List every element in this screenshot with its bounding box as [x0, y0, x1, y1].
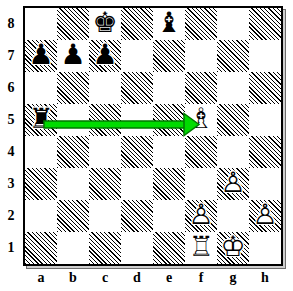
square-d8[interactable] [121, 8, 153, 40]
square-h8[interactable] [249, 8, 281, 40]
black-rook-glyph: ♜ [25, 104, 57, 136]
rank-label-2: 2 [0, 200, 22, 232]
chess-board: ♚♚♝♝♟♟♟♟♟♟♜♜♝♗♟♙♟♙♟♙♜♖♚♔ [25, 8, 281, 264]
square-d1[interactable] [121, 232, 153, 264]
white-rook[interactable]: ♜♖ [185, 232, 217, 264]
rank-label-4: 4 [0, 136, 22, 168]
rank-label-1: 1 [0, 232, 22, 264]
square-e4[interactable] [153, 136, 185, 168]
square-g6[interactable] [217, 72, 249, 104]
square-c6[interactable] [89, 72, 121, 104]
square-e6[interactable] [153, 72, 185, 104]
square-a6[interactable] [25, 72, 57, 104]
black-pawn-glyph: ♟ [57, 40, 89, 72]
square-h3[interactable] [249, 168, 281, 200]
black-king-glyph: ♚ [89, 8, 121, 40]
rank-label-8: 8 [0, 8, 22, 40]
square-b6[interactable] [57, 72, 89, 104]
square-b8[interactable] [57, 8, 89, 40]
square-e1[interactable] [153, 232, 185, 264]
square-f7[interactable] [185, 40, 217, 72]
file-labels: abcdefgh [25, 267, 281, 289]
square-a1[interactable] [25, 232, 57, 264]
square-c4[interactable] [89, 136, 121, 168]
black-bishop[interactable]: ♝♝ [153, 8, 185, 40]
square-b4[interactable] [57, 136, 89, 168]
square-f5[interactable]: ♝♗ [185, 104, 217, 136]
white-pawn[interactable]: ♟♙ [217, 168, 249, 200]
square-b5[interactable] [57, 104, 89, 136]
square-h1[interactable] [249, 232, 281, 264]
white-king[interactable]: ♚♔ [217, 232, 249, 264]
square-c8[interactable]: ♚♚ [89, 8, 121, 40]
square-h7[interactable] [249, 40, 281, 72]
square-f6[interactable] [185, 72, 217, 104]
square-a4[interactable] [25, 136, 57, 168]
square-e5[interactable] [153, 104, 185, 136]
square-h5[interactable] [249, 104, 281, 136]
file-label-g: g [217, 267, 249, 289]
rank-label-7: 7 [0, 40, 22, 72]
white-rook-glyph: ♖ [185, 232, 217, 264]
white-pawn-glyph: ♙ [185, 200, 217, 232]
square-a8[interactable] [25, 8, 57, 40]
black-pawn-glyph: ♟ [89, 40, 121, 72]
square-d2[interactable] [121, 200, 153, 232]
file-label-c: c [89, 267, 121, 289]
black-rook[interactable]: ♜♜ [25, 104, 57, 136]
square-d4[interactable] [121, 136, 153, 168]
square-a2[interactable] [25, 200, 57, 232]
square-h6[interactable] [249, 72, 281, 104]
square-b2[interactable] [57, 200, 89, 232]
square-g8[interactable] [217, 8, 249, 40]
square-h4[interactable] [249, 136, 281, 168]
square-g2[interactable] [217, 200, 249, 232]
board-frame: ♚♚♝♝♟♟♟♟♟♟♜♜♝♗♟♙♟♙♟♙♜♖♚♔ [23, 6, 283, 266]
rank-label-5: 5 [0, 104, 22, 136]
white-king-glyph: ♔ [217, 232, 249, 264]
black-pawn[interactable]: ♟♟ [57, 40, 89, 72]
square-d7[interactable] [121, 40, 153, 72]
square-c1[interactable] [89, 232, 121, 264]
square-a7[interactable]: ♟♟ [25, 40, 57, 72]
white-pawn-glyph: ♙ [249, 200, 281, 232]
file-label-f: f [185, 267, 217, 289]
square-f1[interactable]: ♜♖ [185, 232, 217, 264]
file-label-e: e [153, 267, 185, 289]
square-g3[interactable]: ♟♙ [217, 168, 249, 200]
square-h2[interactable]: ♟♙ [249, 200, 281, 232]
square-g7[interactable] [217, 40, 249, 72]
square-f3[interactable] [185, 168, 217, 200]
black-pawn-glyph: ♟ [25, 40, 57, 72]
white-pawn-glyph: ♙ [217, 168, 249, 200]
square-e8[interactable]: ♝♝ [153, 8, 185, 40]
square-e3[interactable] [153, 168, 185, 200]
square-d3[interactable] [121, 168, 153, 200]
square-f2[interactable]: ♟♙ [185, 200, 217, 232]
file-label-d: d [121, 267, 153, 289]
square-c5[interactable] [89, 104, 121, 136]
black-bishop-glyph: ♝ [153, 8, 185, 40]
square-e2[interactable] [153, 200, 185, 232]
white-bishop-glyph: ♗ [185, 104, 217, 136]
rank-label-3: 3 [0, 168, 22, 200]
square-b3[interactable] [57, 168, 89, 200]
square-a5[interactable]: ♜♜ [25, 104, 57, 136]
square-f4[interactable] [185, 136, 217, 168]
square-d5[interactable] [121, 104, 153, 136]
square-e7[interactable] [153, 40, 185, 72]
rank-labels: 87654321 [0, 8, 22, 264]
white-pawn[interactable]: ♟♙ [249, 200, 281, 232]
file-label-a: a [25, 267, 57, 289]
square-b7[interactable]: ♟♟ [57, 40, 89, 72]
square-a3[interactable] [25, 168, 57, 200]
file-label-b: b [57, 267, 89, 289]
black-pawn[interactable]: ♟♟ [89, 40, 121, 72]
square-b1[interactable] [57, 232, 89, 264]
white-pawn[interactable]: ♟♙ [185, 200, 217, 232]
chess-diagram: 87654321 ♚♚♝♝♟♟♟♟♟♟♜♜♝♗♟♙♟♙♟♙♜♖♚♔ abcdef… [0, 0, 293, 291]
black-pawn[interactable]: ♟♟ [25, 40, 57, 72]
square-d6[interactable] [121, 72, 153, 104]
square-c7[interactable]: ♟♟ [89, 40, 121, 72]
file-label-h: h [249, 267, 281, 289]
square-c3[interactable] [89, 168, 121, 200]
white-bishop[interactable]: ♝♗ [185, 104, 217, 136]
square-g5[interactable] [217, 104, 249, 136]
black-king[interactable]: ♚♚ [89, 8, 121, 40]
square-g1[interactable]: ♚♔ [217, 232, 249, 264]
rank-label-6: 6 [0, 72, 22, 104]
square-g4[interactable] [217, 136, 249, 168]
square-c2[interactable] [89, 200, 121, 232]
square-f8[interactable] [185, 8, 217, 40]
